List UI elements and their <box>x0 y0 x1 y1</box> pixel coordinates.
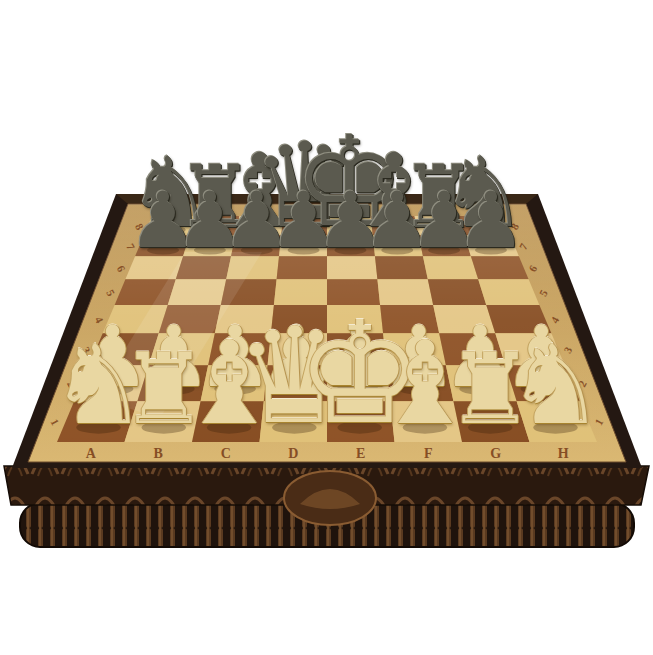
piece-black-pawn-h7[interactable]: ♟ <box>456 182 525 259</box>
file-label-g: G <box>490 446 501 461</box>
file-label-b: B <box>154 446 163 461</box>
piece-white-knight-h1[interactable]: ♞ <box>506 331 604 440</box>
chess-set-photo: ABCDEFGH1122334455667788 ♞♜♝♛♚♝♜♞♟♟♟♟♟♟♟… <box>0 0 653 655</box>
